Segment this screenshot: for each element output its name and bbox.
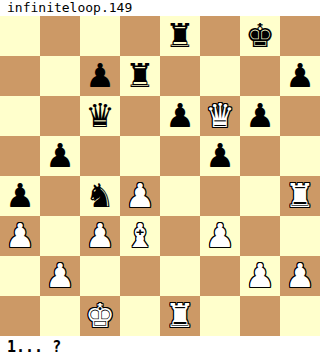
black-queen[interactable]: ♛: [85, 96, 115, 136]
white-rook[interactable]: ♜: [285, 176, 315, 216]
white-rook[interactable]: ♜: [165, 296, 195, 336]
square-a6[interactable]: [0, 96, 40, 136]
square-e7[interactable]: [160, 56, 200, 96]
square-a2[interactable]: [0, 256, 40, 296]
black-pawn[interactable]: ♟: [85, 56, 115, 96]
square-e8[interactable]: ♜: [160, 16, 200, 56]
square-d4[interactable]: ♟: [120, 176, 160, 216]
square-a7[interactable]: [0, 56, 40, 96]
square-h6[interactable]: [280, 96, 320, 136]
black-pawn[interactable]: ♟: [165, 96, 195, 136]
puzzle-title: infiniteloop.149: [0, 0, 320, 16]
square-g7[interactable]: [240, 56, 280, 96]
square-c6[interactable]: ♛: [80, 96, 120, 136]
square-c4[interactable]: ♞: [80, 176, 120, 216]
square-h2[interactable]: ♟: [280, 256, 320, 296]
chess-board: ♜♚♟♜♟♛♟♛♟♟♟♟♞♟♜♟♟♝♟♟♟♟♚♜: [0, 16, 320, 336]
square-h8[interactable]: [280, 16, 320, 56]
square-d8[interactable]: [120, 16, 160, 56]
square-d7[interactable]: ♜: [120, 56, 160, 96]
square-b1[interactable]: [40, 296, 80, 336]
square-g3[interactable]: [240, 216, 280, 256]
square-d6[interactable]: [120, 96, 160, 136]
square-a5[interactable]: [0, 136, 40, 176]
black-rook[interactable]: ♜: [165, 16, 195, 56]
square-c1[interactable]: ♚: [80, 296, 120, 336]
square-f5[interactable]: ♟: [200, 136, 240, 176]
black-king[interactable]: ♚: [245, 16, 275, 56]
square-f7[interactable]: [200, 56, 240, 96]
square-c3[interactable]: ♟: [80, 216, 120, 256]
square-d2[interactable]: [120, 256, 160, 296]
white-bishop[interactable]: ♝: [125, 216, 155, 256]
chess-app-window: infiniteloop.149 ♜♚♟♜♟♛♟♛♟♟♟♟♞♟♜♟♟♝♟♟♟♟♚…: [0, 0, 320, 360]
square-e6[interactable]: ♟: [160, 96, 200, 136]
white-pawn[interactable]: ♟: [205, 216, 235, 256]
square-c2[interactable]: [80, 256, 120, 296]
black-pawn[interactable]: ♟: [45, 136, 75, 176]
square-h5[interactable]: [280, 136, 320, 176]
square-d5[interactable]: [120, 136, 160, 176]
square-h1[interactable]: [280, 296, 320, 336]
square-f2[interactable]: [200, 256, 240, 296]
square-f4[interactable]: [200, 176, 240, 216]
square-b5[interactable]: ♟: [40, 136, 80, 176]
square-a8[interactable]: [0, 16, 40, 56]
square-h7[interactable]: ♟: [280, 56, 320, 96]
black-knight[interactable]: ♞: [85, 176, 115, 216]
square-e2[interactable]: [160, 256, 200, 296]
square-g8[interactable]: ♚: [240, 16, 280, 56]
white-king[interactable]: ♚: [85, 296, 115, 336]
square-e3[interactable]: [160, 216, 200, 256]
square-b7[interactable]: [40, 56, 80, 96]
white-pawn[interactable]: ♟: [5, 216, 35, 256]
square-g1[interactable]: [240, 296, 280, 336]
black-rook[interactable]: ♜: [125, 56, 155, 96]
square-h4[interactable]: ♜: [280, 176, 320, 216]
black-pawn[interactable]: ♟: [245, 96, 275, 136]
square-f1[interactable]: [200, 296, 240, 336]
square-e5[interactable]: [160, 136, 200, 176]
square-e1[interactable]: ♜: [160, 296, 200, 336]
square-a1[interactable]: [0, 296, 40, 336]
square-d3[interactable]: ♝: [120, 216, 160, 256]
square-g6[interactable]: ♟: [240, 96, 280, 136]
black-pawn[interactable]: ♟: [205, 136, 235, 176]
move-prompt: 1... ?: [0, 336, 320, 360]
square-b2[interactable]: ♟: [40, 256, 80, 296]
square-g4[interactable]: [240, 176, 280, 216]
square-g5[interactable]: [240, 136, 280, 176]
square-a3[interactable]: ♟: [0, 216, 40, 256]
square-b6[interactable]: [40, 96, 80, 136]
white-queen[interactable]: ♛: [205, 96, 235, 136]
black-pawn[interactable]: ♟: [5, 176, 35, 216]
white-pawn[interactable]: ♟: [85, 216, 115, 256]
square-e4[interactable]: [160, 176, 200, 216]
square-f8[interactable]: [200, 16, 240, 56]
square-a4[interactable]: ♟: [0, 176, 40, 216]
square-c8[interactable]: [80, 16, 120, 56]
square-b4[interactable]: [40, 176, 80, 216]
square-b8[interactable]: [40, 16, 80, 56]
square-h3[interactable]: [280, 216, 320, 256]
square-c7[interactable]: ♟: [80, 56, 120, 96]
white-pawn[interactable]: ♟: [45, 256, 75, 296]
square-c5[interactable]: [80, 136, 120, 176]
white-pawn[interactable]: ♟: [285, 256, 315, 296]
square-f6[interactable]: ♛: [200, 96, 240, 136]
black-pawn[interactable]: ♟: [285, 56, 315, 96]
white-pawn[interactable]: ♟: [245, 256, 275, 296]
square-b3[interactable]: [40, 216, 80, 256]
square-g2[interactable]: ♟: [240, 256, 280, 296]
white-pawn[interactable]: ♟: [125, 176, 155, 216]
square-f3[interactable]: ♟: [200, 216, 240, 256]
square-d1[interactable]: [120, 296, 160, 336]
